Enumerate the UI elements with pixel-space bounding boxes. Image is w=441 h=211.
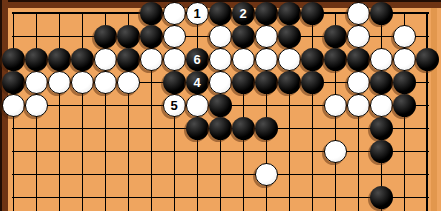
white-stone[interactable] <box>2 94 25 117</box>
black-stone[interactable] <box>232 117 255 140</box>
white-stone[interactable] <box>163 48 186 71</box>
black-stone[interactable] <box>370 186 393 209</box>
move-1-white-stone[interactable]: 1 <box>186 2 209 25</box>
white-stone[interactable] <box>324 94 347 117</box>
white-stone[interactable] <box>347 94 370 117</box>
black-stone[interactable] <box>393 94 416 117</box>
white-stone[interactable] <box>324 140 347 163</box>
go-board[interactable]: 12645 <box>0 0 441 211</box>
black-stone[interactable] <box>370 140 393 163</box>
black-stone[interactable] <box>370 117 393 140</box>
black-stone[interactable] <box>140 25 163 48</box>
black-stone[interactable] <box>117 48 140 71</box>
black-stone[interactable] <box>25 48 48 71</box>
white-stone[interactable] <box>255 25 278 48</box>
white-stone[interactable] <box>48 71 71 94</box>
white-stone[interactable] <box>347 25 370 48</box>
black-stone[interactable] <box>301 2 324 25</box>
black-stone[interactable] <box>117 25 140 48</box>
grid-vline <box>59 12 60 211</box>
white-stone[interactable] <box>140 48 163 71</box>
move-6-black-stone[interactable]: 6 <box>186 48 209 71</box>
white-stone[interactable] <box>232 48 255 71</box>
white-stone[interactable] <box>71 71 94 94</box>
black-stone[interactable] <box>71 48 94 71</box>
black-stone[interactable] <box>2 71 25 94</box>
black-stone[interactable] <box>324 48 347 71</box>
black-stone[interactable] <box>140 2 163 25</box>
black-stone[interactable] <box>232 25 255 48</box>
black-stone[interactable] <box>232 71 255 94</box>
white-stone[interactable] <box>278 48 301 71</box>
white-stone[interactable] <box>393 48 416 71</box>
white-stone[interactable] <box>186 94 209 117</box>
white-stone[interactable] <box>25 94 48 117</box>
white-stone[interactable] <box>209 25 232 48</box>
white-stone[interactable] <box>163 2 186 25</box>
white-stone[interactable] <box>209 71 232 94</box>
black-stone[interactable] <box>370 71 393 94</box>
white-stone[interactable] <box>94 71 117 94</box>
black-stone[interactable] <box>278 25 301 48</box>
black-stone[interactable] <box>209 2 232 25</box>
black-stone[interactable] <box>347 48 370 71</box>
grid-vline <box>426 12 428 211</box>
black-stone[interactable] <box>48 48 71 71</box>
black-stone[interactable] <box>324 25 347 48</box>
white-stone[interactable] <box>255 163 278 186</box>
black-stone[interactable] <box>416 48 439 71</box>
black-stone[interactable] <box>278 71 301 94</box>
grid-vline <box>312 12 313 211</box>
white-stone[interactable] <box>163 25 186 48</box>
black-stone[interactable] <box>2 48 25 71</box>
white-stone[interactable] <box>209 48 232 71</box>
move-2-black-stone[interactable]: 2 <box>232 2 255 25</box>
white-stone[interactable] <box>393 25 416 48</box>
white-stone[interactable] <box>117 71 140 94</box>
white-stone[interactable] <box>347 2 370 25</box>
white-stone[interactable] <box>370 94 393 117</box>
white-stone[interactable] <box>94 48 117 71</box>
black-stone[interactable] <box>255 2 278 25</box>
black-stone[interactable] <box>186 117 209 140</box>
black-stone[interactable] <box>209 94 232 117</box>
white-stone[interactable] <box>255 48 278 71</box>
white-stone[interactable] <box>370 48 393 71</box>
white-stone[interactable] <box>347 71 370 94</box>
black-stone[interactable] <box>94 25 117 48</box>
black-stone[interactable] <box>301 48 324 71</box>
black-stone[interactable] <box>278 2 301 25</box>
black-stone[interactable] <box>370 2 393 25</box>
black-stone[interactable] <box>255 117 278 140</box>
black-stone[interactable] <box>163 71 186 94</box>
white-stone[interactable] <box>25 71 48 94</box>
black-stone[interactable] <box>301 71 324 94</box>
move-5-white-stone[interactable]: 5 <box>163 94 186 117</box>
black-stone[interactable] <box>255 71 278 94</box>
grid-vline <box>82 12 83 211</box>
black-stone[interactable] <box>209 117 232 140</box>
board-right-shade <box>431 8 437 211</box>
black-stone[interactable] <box>393 71 416 94</box>
move-4-black-stone[interactable]: 4 <box>186 71 209 94</box>
